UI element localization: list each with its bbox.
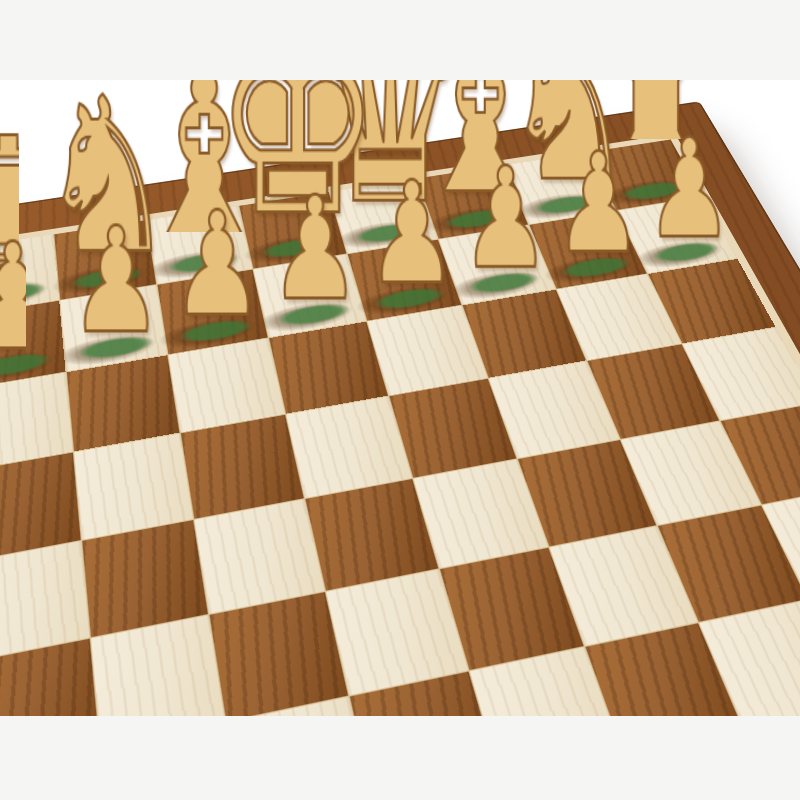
white-pawn-icon: ♟ — [70, 209, 163, 354]
scene: ♜♞♝♚♛♝♞♜♟♟♟♟♟♟♟♟ — [0, 0, 800, 800]
product-photo-canvas: ♜♞♝♚♛♝♞♜♟♟♟♟♟♟♟♟ — [0, 0, 800, 800]
white-pawn-icon: ♟ — [367, 164, 457, 305]
background-band-bottom — [0, 716, 800, 800]
white-pawn-icon: ♟ — [554, 135, 642, 273]
square-e4[interactable] — [286, 396, 411, 497]
white-pawn-icon: ♟ — [461, 149, 550, 288]
chess-board: ♜♞♝♚♛♝♞♜♟♟♟♟♟♟♟♟ — [0, 101, 800, 800]
white-pawn-icon: ♟ — [270, 178, 361, 320]
square-f2[interactable]: ♟ — [158, 269, 268, 354]
white-pawn-icon: ♟ — [0, 224, 60, 371]
square-a4[interactable] — [683, 327, 800, 419]
white-pawn-icon: ♟ — [171, 193, 263, 337]
background-band-top — [0, 0, 800, 80]
white-pawn-icon: ♟ — [645, 122, 732, 258]
square-f5[interactable] — [195, 499, 325, 614]
square-f4[interactable] — [181, 415, 303, 519]
square-g5[interactable] — [82, 519, 209, 637]
